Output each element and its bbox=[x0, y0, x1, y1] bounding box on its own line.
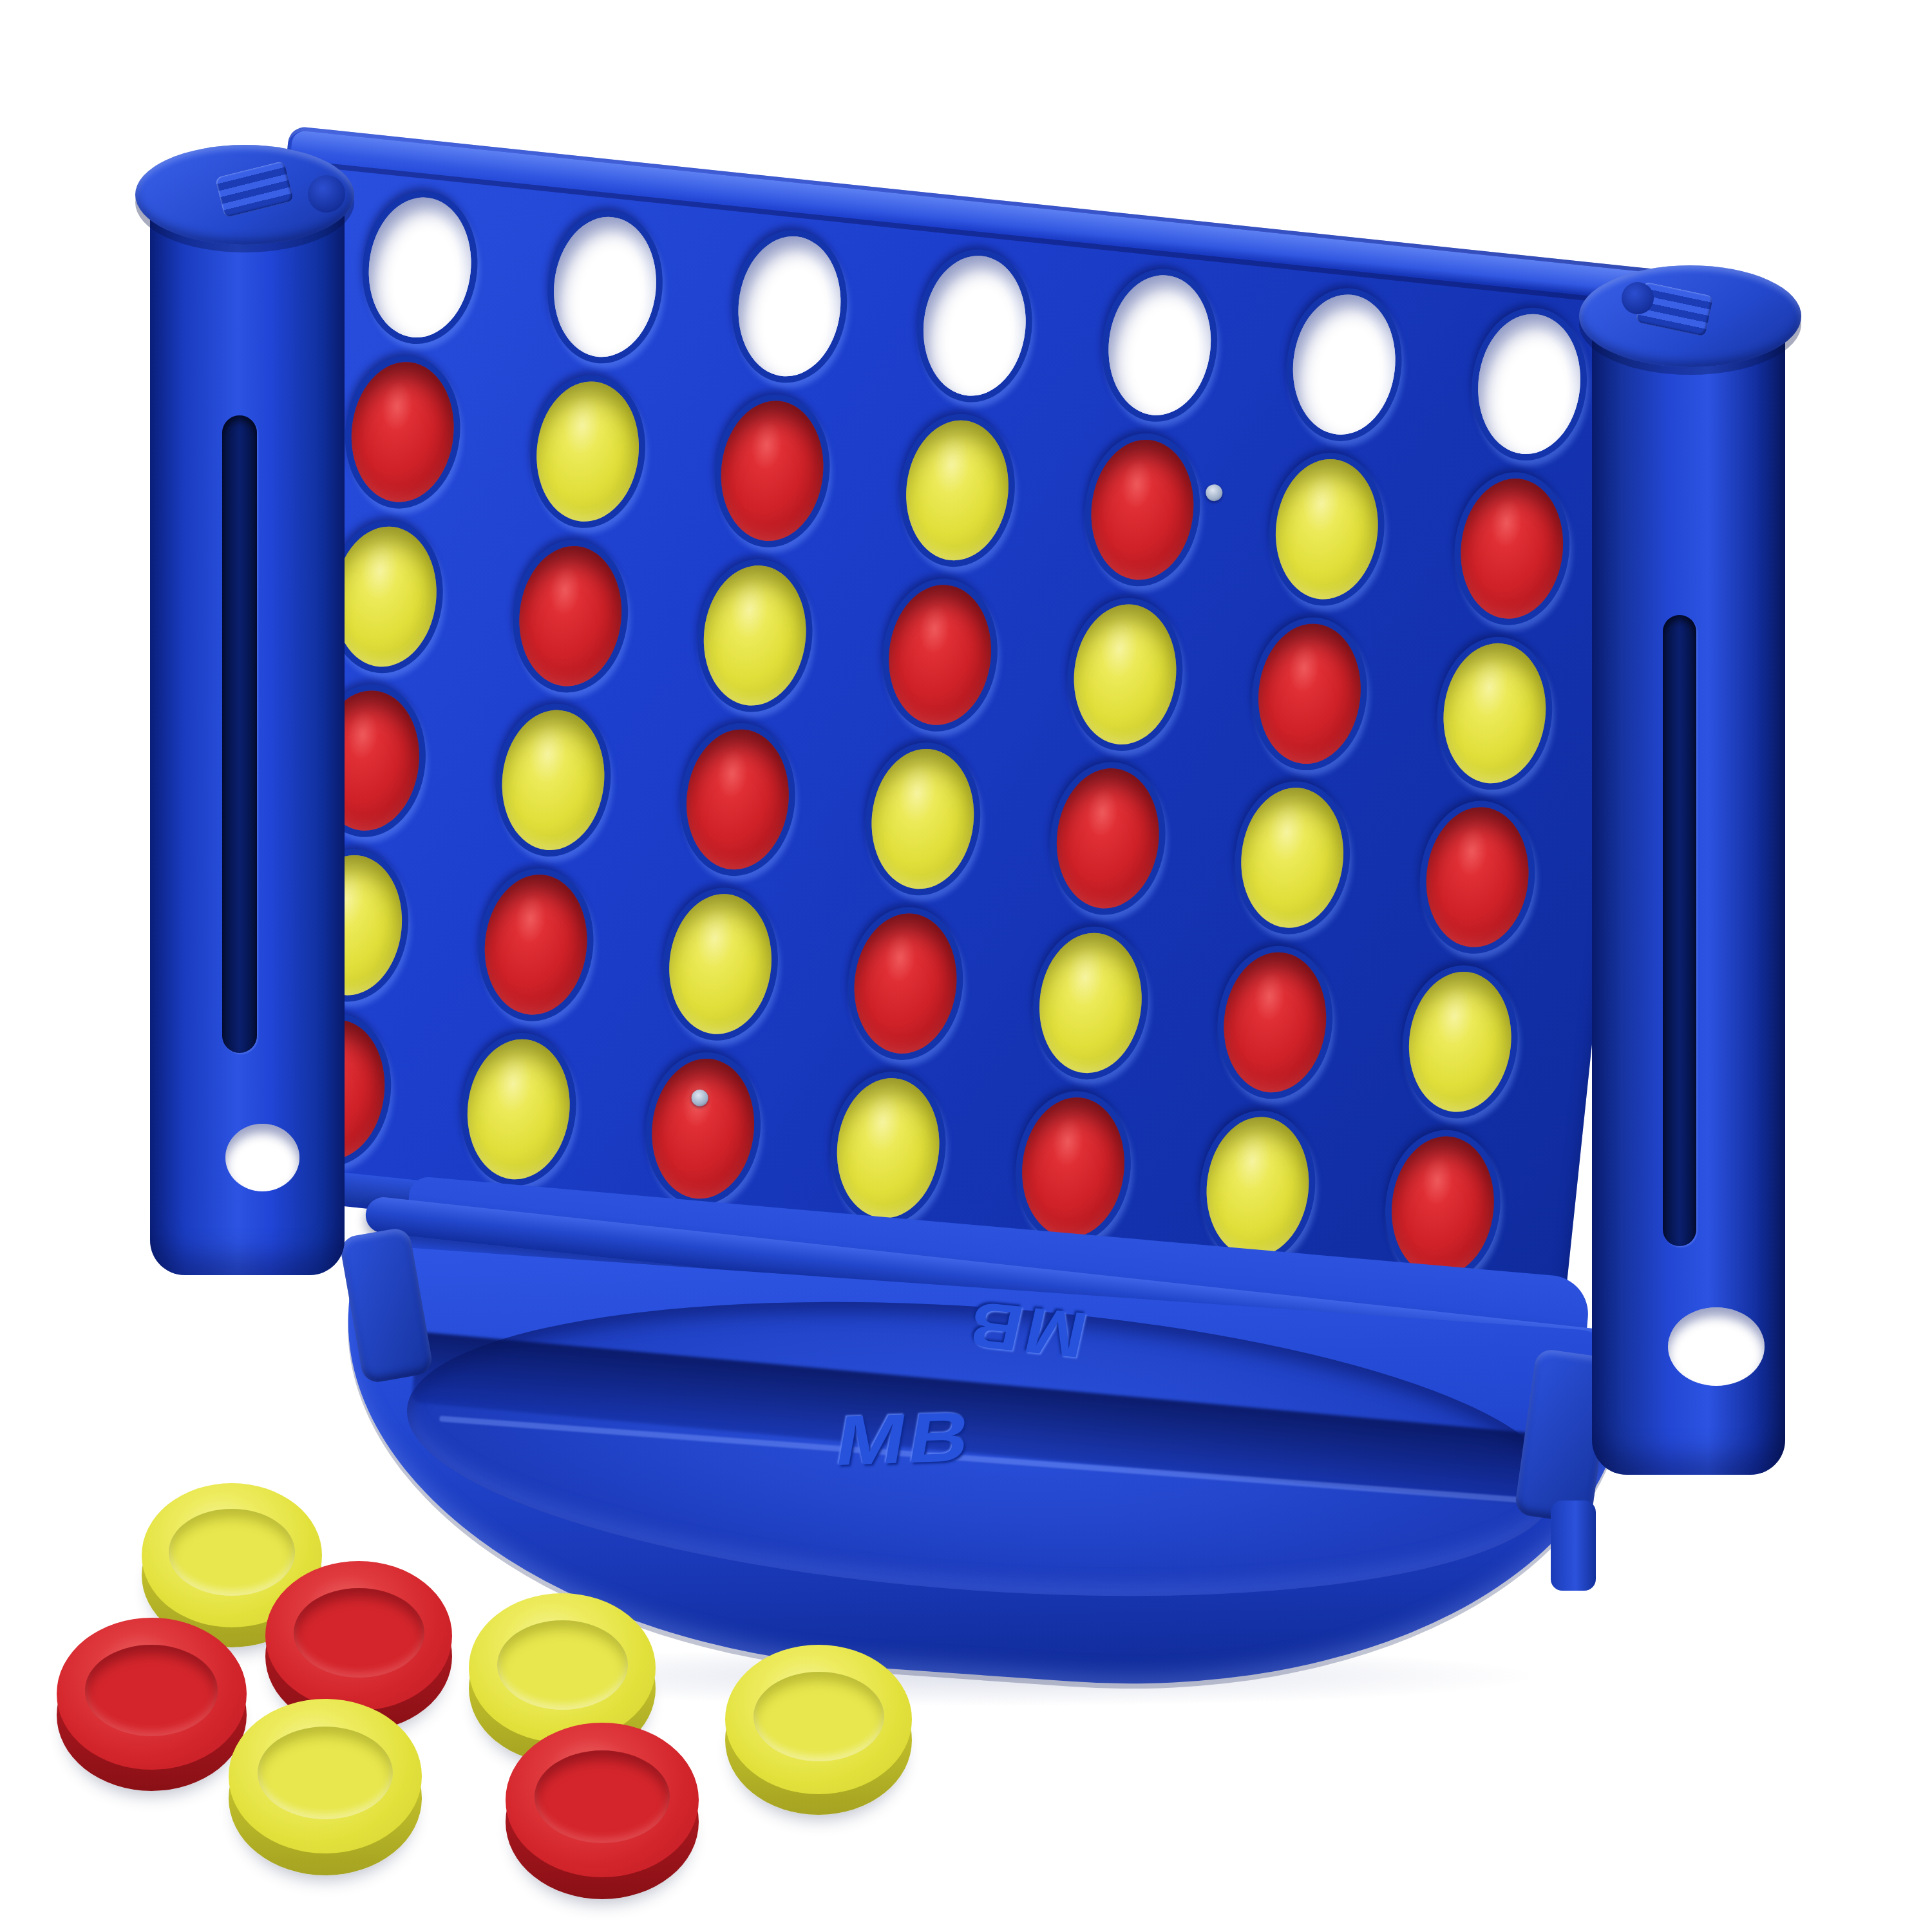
cell-r3c1 bbox=[495, 705, 611, 855]
loose-disc-red-1 bbox=[265, 1561, 452, 1710]
tray-latch-right bbox=[1551, 1501, 1596, 1591]
right-pillar-slot bbox=[1663, 615, 1696, 1246]
cell-r4c2 bbox=[663, 889, 779, 1039]
cell-r2c3 bbox=[882, 580, 998, 730]
cell-r3c3 bbox=[865, 744, 981, 894]
cell-r2c5 bbox=[1252, 618, 1368, 768]
right-pillar-notch bbox=[1668, 1307, 1765, 1386]
cell-r5c5 bbox=[1200, 1112, 1316, 1262]
board-panel bbox=[178, 126, 1673, 1334]
cell-r4c4 bbox=[1032, 928, 1148, 1078]
cell-r0c0 bbox=[362, 193, 478, 343]
board-grid bbox=[232, 176, 1630, 1298]
cell-r5c2 bbox=[645, 1054, 761, 1204]
cell-r2c2 bbox=[697, 560, 813, 710]
connect-four-board bbox=[178, 126, 1673, 1334]
cell-r2c0 bbox=[328, 522, 444, 672]
loose-disc-yellow-0 bbox=[142, 1483, 322, 1627]
cell-r4c6 bbox=[1402, 967, 1518, 1117]
left-pillar-notch bbox=[225, 1124, 299, 1191]
cell-r4c5 bbox=[1217, 947, 1333, 1097]
cell-r2c1 bbox=[513, 541, 629, 691]
cell-r1c2 bbox=[715, 396, 831, 546]
cell-r4c3 bbox=[848, 909, 963, 1059]
cell-r4c1 bbox=[478, 869, 594, 1019]
cell-r3c5 bbox=[1235, 783, 1350, 933]
cell-r1c6 bbox=[1454, 473, 1569, 623]
loose-disc-red-6 bbox=[506, 1723, 699, 1877]
cell-r5c3 bbox=[830, 1073, 946, 1223]
cell-r1c3 bbox=[899, 415, 1015, 565]
cell-r0c6 bbox=[1471, 309, 1587, 459]
cell-r0c3 bbox=[916, 251, 1032, 401]
tray-logo-emboss-lower: MB bbox=[830, 1396, 980, 1481]
cell-r1c4 bbox=[1084, 435, 1200, 585]
cell-r0c5 bbox=[1286, 290, 1402, 440]
cell-r3c2 bbox=[680, 724, 796, 875]
cell-r3c4 bbox=[1050, 763, 1166, 913]
cell-r1c1 bbox=[530, 376, 646, 526]
cell-r2c6 bbox=[1437, 638, 1553, 788]
tray-logo-emboss-upper: MB bbox=[958, 1287, 1094, 1373]
cell-r1c0 bbox=[345, 357, 461, 507]
cell-r0c1 bbox=[547, 212, 663, 362]
left-pillar-slot bbox=[222, 415, 257, 1053]
loose-disc-yellow-5 bbox=[229, 1699, 422, 1853]
right-hinge-pin bbox=[1622, 282, 1654, 314]
cell-r0c4 bbox=[1101, 270, 1217, 421]
cell-r5c4 bbox=[1015, 1092, 1131, 1242]
cell-r1c5 bbox=[1269, 454, 1385, 604]
loose-disc-red-2 bbox=[57, 1618, 247, 1770]
cell-r5c1 bbox=[460, 1034, 576, 1184]
cell-r3c6 bbox=[1419, 802, 1535, 952]
cell-r5c6 bbox=[1385, 1131, 1501, 1281]
cell-r2c4 bbox=[1067, 599, 1183, 749]
cell-r0c2 bbox=[732, 231, 848, 381]
left-hinge-pin bbox=[308, 175, 345, 213]
product-photo-scene: MB MB bbox=[0, 0, 1932, 1932]
